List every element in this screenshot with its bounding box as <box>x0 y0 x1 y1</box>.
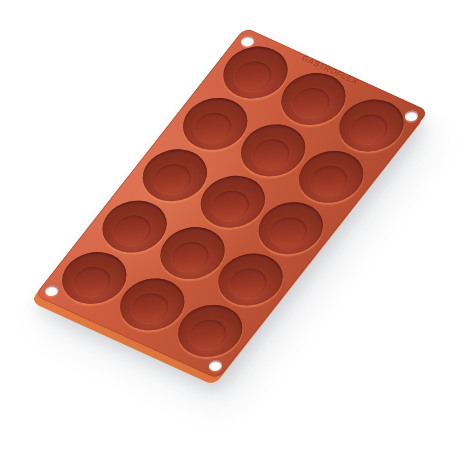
hanging-hole <box>43 283 61 298</box>
cavity-bottom <box>303 160 355 201</box>
cavity-bottom <box>245 134 297 175</box>
hanging-hole <box>402 109 420 124</box>
cavity-bottom <box>187 107 239 148</box>
cavity-bottom <box>205 185 257 226</box>
product-photo: GASTROFLEX <box>0 0 460 460</box>
cavity-bottom <box>66 262 118 303</box>
cavity-bottom <box>182 314 234 355</box>
cavity-bottom <box>222 263 274 304</box>
cavity-bottom <box>285 83 337 124</box>
hanging-hole <box>206 358 224 373</box>
cavity-bottom <box>227 56 279 97</box>
cavity-bottom <box>124 288 176 329</box>
cavity-bottom <box>343 109 395 150</box>
cavity-bottom <box>106 210 158 251</box>
cavity-bottom <box>147 159 199 200</box>
cavity-bottom <box>263 212 315 253</box>
cavity-bottom <box>164 237 216 278</box>
